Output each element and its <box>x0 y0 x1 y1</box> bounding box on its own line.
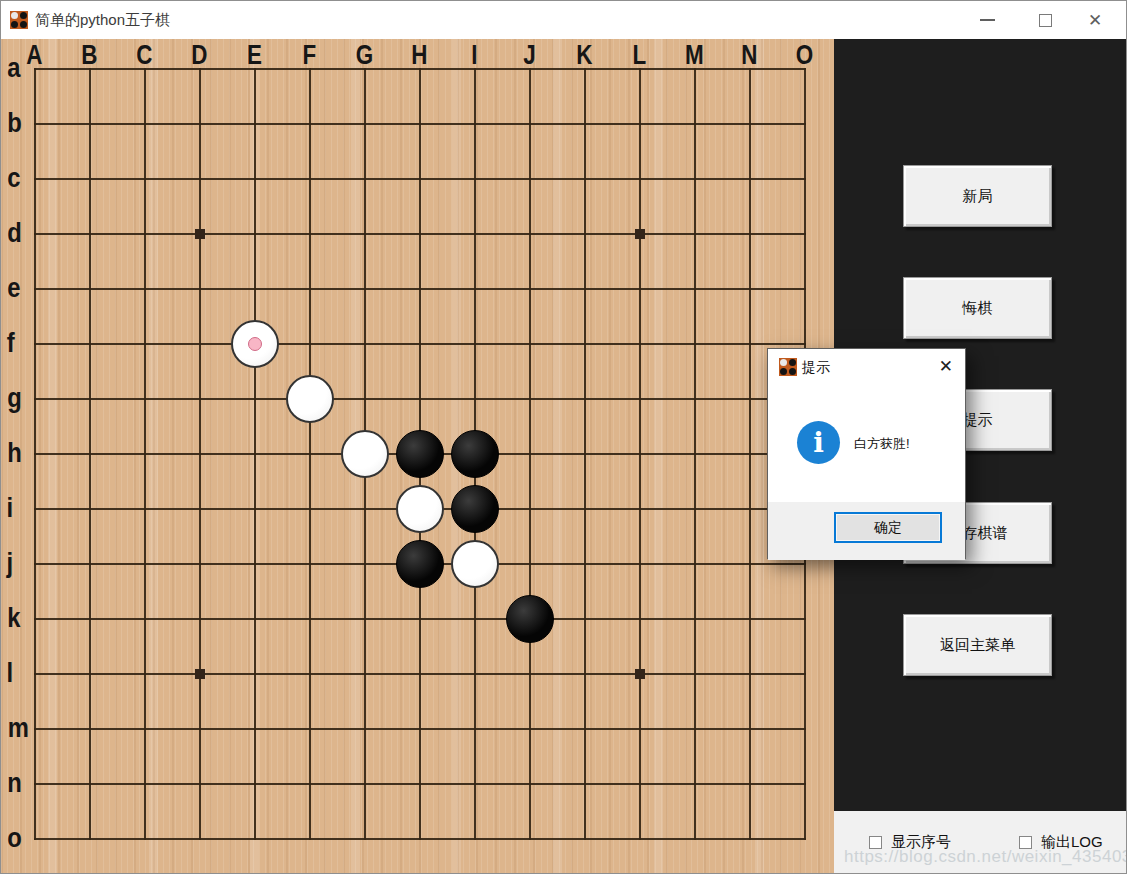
col-label-H: H <box>411 39 426 71</box>
stone-black-Ih <box>451 430 499 478</box>
icon-black-stone <box>11 21 18 28</box>
side-button-1[interactable]: 新局 <box>903 165 1052 227</box>
col-label-I: I <box>471 39 476 71</box>
row-label-l: l <box>7 657 14 689</box>
last-move-marker <box>248 337 262 351</box>
row-label-g: g <box>7 382 22 414</box>
stone-white-Fg <box>286 375 334 423</box>
row-label-d: d <box>7 217 22 249</box>
row-label-i: i <box>7 492 14 524</box>
icon-black-stone <box>789 359 796 366</box>
close-icon: ✕ <box>1088 12 1102 29</box>
col-label-D: D <box>191 39 206 71</box>
app-window: 简单的python五子棋 ✕ ABCDEFGHIJKLMNOabcdefghij… <box>0 0 1127 874</box>
stone-white-Hi <box>396 485 444 533</box>
star-point <box>195 229 205 239</box>
dialog-message: 白方获胜! <box>854 435 910 453</box>
checkbox-1[interactable] <box>869 836 882 849</box>
maximize-icon <box>1039 14 1052 27</box>
stone-black-Hh <box>396 430 444 478</box>
info-icon: i <box>797 421 840 464</box>
stone-black-Ii <box>451 485 499 533</box>
row-label-n: n <box>7 767 22 799</box>
icon-black-stone <box>789 368 796 375</box>
message-dialog: 提示 ✕ i 白方获胜! 确定 <box>767 348 966 559</box>
row-label-o: o <box>7 822 22 854</box>
row-label-h: h <box>7 437 22 469</box>
dialog-title: 提示 <box>802 359 830 377</box>
maximize-button[interactable] <box>1022 1 1068 39</box>
icon-black-stone <box>780 368 787 375</box>
col-label-E: E <box>247 39 261 71</box>
stone-white-Ij <box>451 540 499 588</box>
checkbox-2[interactable] <box>1019 836 1032 849</box>
row-label-a: a <box>7 52 20 84</box>
col-label-L: L <box>633 39 646 71</box>
row-label-k: k <box>7 602 20 634</box>
col-label-J: J <box>523 39 535 71</box>
content-area: ABCDEFGHIJKLMNOabcdefghijklmno 新局悔棋提示保存棋… <box>1 39 1127 874</box>
side-button-5[interactable]: 返回主菜单 <box>903 614 1052 676</box>
checkbox-row-2[interactable]: 输出LOG <box>1019 833 1103 852</box>
col-label-F: F <box>303 39 316 71</box>
row-label-b: b <box>7 107 22 139</box>
app-icon <box>10 11 28 29</box>
col-label-K: K <box>576 39 591 71</box>
stone-white-Ef <box>231 320 279 368</box>
stone-black-Jk <box>506 595 554 643</box>
row-label-e: e <box>7 272 20 304</box>
icon-white-stone <box>780 359 787 366</box>
star-point <box>635 669 645 679</box>
col-label-N: N <box>741 39 756 71</box>
dialog-app-icon <box>779 358 797 376</box>
col-label-C: C <box>136 39 151 71</box>
col-label-O: O <box>796 39 813 71</box>
window-title: 简单的python五子棋 <box>35 11 170 30</box>
icon-black-stone <box>20 21 27 28</box>
col-label-G: G <box>356 39 373 71</box>
ok-button[interactable]: 确定 <box>834 512 942 543</box>
star-point <box>635 229 645 239</box>
row-label-c: c <box>7 162 20 194</box>
dialog-footer: 确定 <box>768 502 965 560</box>
col-label-A: A <box>26 39 41 71</box>
checkbox-row-1[interactable]: 显示序号 <box>869 833 951 852</box>
bottom-bar: https://blog.csdn.net/weixin_43540317 显示… <box>834 811 1127 874</box>
star-point <box>195 669 205 679</box>
col-label-M: M <box>685 39 703 71</box>
col-label-B: B <box>81 39 96 71</box>
gomoku-board[interactable]: ABCDEFGHIJKLMNOabcdefghijklmno <box>1 39 834 874</box>
icon-white-stone <box>11 12 18 19</box>
icon-black-stone <box>20 12 27 19</box>
dialog-titlebar: 提示 ✕ <box>768 349 965 385</box>
checkbox-label-1: 显示序号 <box>891 833 951 852</box>
dialog-close-icon[interactable]: ✕ <box>939 358 953 375</box>
minimize-button[interactable] <box>964 1 1010 39</box>
dialog-body: i 白方获胜! <box>768 385 965 502</box>
stone-white-Gh <box>341 430 389 478</box>
titlebar: 简单的python五子棋 ✕ <box>1 1 1126 39</box>
row-label-m: m <box>8 712 29 744</box>
close-button[interactable]: ✕ <box>1072 1 1118 39</box>
side-button-2[interactable]: 悔棋 <box>903 277 1052 339</box>
checkbox-label-2: 输出LOG <box>1041 833 1103 852</box>
row-label-f: f <box>7 327 15 359</box>
minimize-icon <box>980 19 995 21</box>
row-label-j: j <box>7 547 14 579</box>
stone-black-Hj <box>396 540 444 588</box>
